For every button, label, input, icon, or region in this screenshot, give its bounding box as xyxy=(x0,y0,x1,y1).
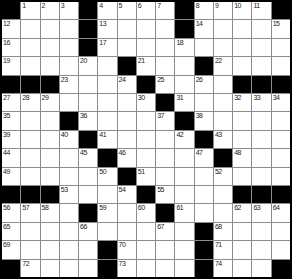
black-cell-r11c14 xyxy=(252,186,270,203)
cell-r10c2[interactable] xyxy=(21,168,39,185)
cell-r4c4[interactable] xyxy=(60,57,78,74)
cell-r6c15[interactable]: 34 xyxy=(272,94,290,111)
cell-r11c5[interactable] xyxy=(79,186,97,203)
cell-r7c6[interactable] xyxy=(98,112,116,129)
cell-r8c6[interactable]: 41 xyxy=(98,131,116,148)
cell-r12c6[interactable]: 59 xyxy=(98,204,116,221)
cell-r14c9[interactable] xyxy=(156,241,174,258)
clue-number-44: 44 xyxy=(3,149,10,157)
black-cell-r7c4 xyxy=(60,112,78,129)
cell-r3c9[interactable] xyxy=(156,39,174,56)
cell-r13c8[interactable] xyxy=(137,223,155,240)
cell-r12c10[interactable]: 61 xyxy=(175,204,193,221)
clue-number-18: 18 xyxy=(176,39,183,47)
cell-r10c11[interactable] xyxy=(195,168,213,185)
cell-r5c12[interactable] xyxy=(214,76,232,93)
cell-r2c8[interactable] xyxy=(137,20,155,37)
cell-r6c10[interactable]: 31 xyxy=(175,94,193,111)
cell-r4c6[interactable] xyxy=(98,57,116,74)
crossword-grid: 1234567891011121314151617181920212223242… xyxy=(0,0,292,279)
cell-r2c9[interactable] xyxy=(156,20,174,37)
cell-r9c10[interactable] xyxy=(175,149,193,166)
clue-number-14: 14 xyxy=(196,20,203,28)
clue-number-37: 37 xyxy=(157,112,164,120)
cell-r15c3[interactable] xyxy=(41,260,59,277)
cell-r10c1[interactable]: 49 xyxy=(2,168,20,185)
cell-r13c13[interactable] xyxy=(233,223,251,240)
cell-r11c6[interactable] xyxy=(98,186,116,203)
cell-r6c11[interactable] xyxy=(195,94,213,111)
clue-number-23: 23 xyxy=(61,76,68,84)
black-cell-r11c13 xyxy=(233,186,251,203)
black-cell-r2c10 xyxy=(175,20,193,37)
cell-r8c2[interactable] xyxy=(21,131,39,148)
cell-r13c10[interactable] xyxy=(175,223,193,240)
cell-r4c2[interactable] xyxy=(21,57,39,74)
clue-number-57: 57 xyxy=(22,204,29,212)
cell-r5c7[interactable]: 24 xyxy=(118,76,136,93)
cell-r2c12[interactable] xyxy=(214,20,232,37)
black-cell-r11c2 xyxy=(21,186,39,203)
cell-r10c10[interactable] xyxy=(175,168,193,185)
clue-number-45: 45 xyxy=(80,149,87,157)
cell-r12c1[interactable]: 56 xyxy=(2,204,20,221)
clue-number-72: 72 xyxy=(22,260,29,268)
cell-r12c7[interactable] xyxy=(118,204,136,221)
clue-number-58: 58 xyxy=(42,204,49,212)
cell-r6c2[interactable]: 28 xyxy=(21,94,39,111)
black-cell-r8c11 xyxy=(195,131,213,148)
cell-r10c15[interactable] xyxy=(272,168,290,185)
cell-r4c3[interactable] xyxy=(41,57,59,74)
cell-r9c11[interactable]: 47 xyxy=(195,149,213,166)
cell-r14c12[interactable]: 71 xyxy=(214,241,232,258)
cell-r6c6[interactable] xyxy=(98,94,116,111)
clue-number-66: 66 xyxy=(80,223,87,231)
black-cell-r5c3 xyxy=(41,76,59,93)
cell-r15c2[interactable]: 72 xyxy=(21,260,39,277)
cell-r9c7[interactable]: 46 xyxy=(118,149,136,166)
cell-r12c14[interactable]: 63 xyxy=(252,204,270,221)
cell-r4c8[interactable]: 21 xyxy=(137,57,155,74)
clue-number-55: 55 xyxy=(157,186,164,194)
black-cell-r4c7 xyxy=(118,57,136,74)
black-cell-r2c5 xyxy=(79,20,97,37)
black-cell-r9c12 xyxy=(214,149,232,166)
black-cell-r5c14 xyxy=(252,76,270,93)
black-cell-r5c15 xyxy=(272,76,290,93)
cell-r14c13[interactable] xyxy=(233,241,251,258)
clue-number-36: 36 xyxy=(80,112,87,120)
cell-r15c8[interactable] xyxy=(137,260,155,277)
cell-r1c9[interactable]: 7 xyxy=(156,2,174,19)
cell-r9c2[interactable] xyxy=(21,149,39,166)
clue-number-54: 54 xyxy=(119,186,126,194)
cell-r13c2[interactable] xyxy=(21,223,39,240)
clue-number-62: 62 xyxy=(234,204,241,212)
cell-r1c12[interactable]: 9 xyxy=(214,2,232,19)
cell-r9c15[interactable] xyxy=(272,149,290,166)
cell-r14c2[interactable] xyxy=(21,241,39,258)
clue-number-43: 43 xyxy=(215,131,222,139)
cell-r8c4[interactable]: 40 xyxy=(60,131,78,148)
black-cell-r4c11 xyxy=(195,57,213,74)
cell-r8c14[interactable] xyxy=(252,131,270,148)
clue-number-34: 34 xyxy=(273,94,280,102)
cell-r7c9[interactable]: 37 xyxy=(156,112,174,129)
cell-r8c9[interactable] xyxy=(156,131,174,148)
clue-number-33: 33 xyxy=(253,94,260,102)
cell-r4c10[interactable] xyxy=(175,57,193,74)
cell-r12c15[interactable]: 64 xyxy=(272,204,290,221)
cell-r2c7[interactable] xyxy=(118,20,136,37)
cell-r6c7[interactable] xyxy=(118,94,136,111)
cell-r14c14[interactable] xyxy=(252,241,270,258)
clue-number-29: 29 xyxy=(42,94,49,102)
cell-r2c3[interactable] xyxy=(41,20,59,37)
black-cell-r1c10 xyxy=(175,2,193,19)
clue-number-61: 61 xyxy=(176,204,183,212)
clue-number-25: 25 xyxy=(157,76,164,84)
cell-r9c14[interactable] xyxy=(252,149,270,166)
cell-r2c13[interactable] xyxy=(233,20,251,37)
black-cell-r3c5 xyxy=(79,39,97,56)
cell-r7c7[interactable] xyxy=(118,112,136,129)
cell-r14c3[interactable] xyxy=(41,241,59,258)
cell-r7c15[interactable] xyxy=(272,112,290,129)
cell-r6c1[interactable]: 27 xyxy=(2,94,20,111)
cell-r15c9[interactable] xyxy=(156,260,174,277)
cell-r2c14[interactable] xyxy=(252,20,270,37)
clue-number-20: 20 xyxy=(80,57,87,65)
cell-r3c15[interactable] xyxy=(272,39,290,56)
cell-r5c9[interactable]: 25 xyxy=(156,76,174,93)
cell-r9c3[interactable] xyxy=(41,149,59,166)
cell-r5c11[interactable]: 26 xyxy=(195,76,213,93)
clue-number-21: 21 xyxy=(138,57,145,65)
cell-r8c3[interactable] xyxy=(41,131,59,148)
cell-r2c15[interactable]: 15 xyxy=(272,20,290,37)
cell-r7c3[interactable] xyxy=(41,112,59,129)
cell-r12c12[interactable] xyxy=(214,204,232,221)
cell-r11c11[interactable] xyxy=(195,186,213,203)
cell-r7c12[interactable] xyxy=(214,112,232,129)
cell-r13c14[interactable] xyxy=(252,223,270,240)
clue-number-8: 8 xyxy=(196,2,199,10)
cell-r3c8[interactable] xyxy=(137,39,155,56)
cell-r15c4[interactable] xyxy=(60,260,78,277)
cell-r14c8[interactable] xyxy=(137,241,155,258)
cell-r3c3[interactable] xyxy=(41,39,59,56)
cell-r4c9[interactable] xyxy=(156,57,174,74)
cell-r6c5[interactable] xyxy=(79,94,97,111)
cell-r2c1[interactable]: 12 xyxy=(2,20,20,37)
clue-number-50: 50 xyxy=(99,168,106,176)
cell-r9c9[interactable] xyxy=(156,149,174,166)
cell-r1c11[interactable]: 8 xyxy=(195,2,213,19)
cell-r3c12[interactable] xyxy=(214,39,232,56)
black-cell-r13c11 xyxy=(195,223,213,240)
clue-number-64: 64 xyxy=(273,204,280,212)
black-cell-r5c2 xyxy=(21,76,39,93)
cell-r9c8[interactable] xyxy=(137,149,155,166)
clue-number-40: 40 xyxy=(61,131,68,139)
cell-r10c9[interactable] xyxy=(156,168,174,185)
cell-r9c5[interactable]: 45 xyxy=(79,149,97,166)
clue-number-16: 16 xyxy=(3,39,10,47)
black-cell-r15c15 xyxy=(272,260,290,277)
cell-r14c10[interactable] xyxy=(175,241,193,258)
clue-number-3: 3 xyxy=(61,2,64,10)
black-cell-r14c11 xyxy=(195,241,213,258)
cell-r13c4[interactable] xyxy=(60,223,78,240)
cell-r15c13[interactable] xyxy=(233,260,251,277)
cell-r11c7[interactable]: 54 xyxy=(118,186,136,203)
clue-number-74: 74 xyxy=(215,260,222,268)
cell-r10c12[interactable]: 52 xyxy=(214,168,232,185)
cell-r15c14[interactable] xyxy=(252,260,270,277)
cell-r11c4[interactable]: 53 xyxy=(60,186,78,203)
cell-r6c3[interactable]: 29 xyxy=(41,94,59,111)
clue-number-47: 47 xyxy=(196,149,203,157)
cell-r7c1[interactable]: 35 xyxy=(2,112,20,129)
cell-r6c8[interactable]: 30 xyxy=(137,94,155,111)
clue-number-63: 63 xyxy=(253,204,260,212)
black-cell-r11c15 xyxy=(272,186,290,203)
black-cell-r15c1 xyxy=(2,260,20,277)
cell-r11c10[interactable] xyxy=(175,186,193,203)
cell-r8c13[interactable] xyxy=(233,131,251,148)
cell-r6c12[interactable] xyxy=(214,94,232,111)
cell-r1c6[interactable]: 4 xyxy=(98,2,116,19)
cell-r11c9[interactable]: 55 xyxy=(156,186,174,203)
cell-r1c7[interactable]: 5 xyxy=(118,2,136,19)
cell-r7c14[interactable] xyxy=(252,112,270,129)
cell-r12c2[interactable]: 57 xyxy=(21,204,39,221)
clue-number-32: 32 xyxy=(234,94,241,102)
cell-r6c14[interactable]: 33 xyxy=(252,94,270,111)
cell-r13c6[interactable] xyxy=(98,223,116,240)
black-cell-r5c13 xyxy=(233,76,251,93)
cell-r10c3[interactable] xyxy=(41,168,59,185)
cell-r8c8[interactable] xyxy=(137,131,155,148)
clue-number-67: 67 xyxy=(157,223,164,231)
clue-number-41: 41 xyxy=(99,131,106,139)
clue-number-17: 17 xyxy=(99,39,106,47)
clue-number-28: 28 xyxy=(22,94,29,102)
cell-r13c15[interactable] xyxy=(272,223,290,240)
clue-number-38: 38 xyxy=(196,112,203,120)
cell-r15c7[interactable]: 73 xyxy=(118,260,136,277)
clue-number-7: 7 xyxy=(157,2,160,10)
cell-r4c1[interactable]: 19 xyxy=(2,57,20,74)
cell-r8c7[interactable] xyxy=(118,131,136,148)
cell-r1c3[interactable]: 2 xyxy=(41,2,59,19)
clue-number-31: 31 xyxy=(176,94,183,102)
cell-r15c10[interactable] xyxy=(175,260,193,277)
cell-r1c2[interactable]: 1 xyxy=(21,2,39,19)
clue-number-19: 19 xyxy=(3,57,10,65)
black-cell-r15c11 xyxy=(195,260,213,277)
cell-r14c4[interactable] xyxy=(60,241,78,258)
cell-r13c7[interactable] xyxy=(118,223,136,240)
clue-number-68: 68 xyxy=(215,223,222,231)
cell-r14c5[interactable] xyxy=(79,241,97,258)
cell-r2c6[interactable]: 13 xyxy=(98,20,116,37)
clue-number-48: 48 xyxy=(234,149,241,157)
clue-number-10: 10 xyxy=(234,2,241,10)
black-cell-r14c6 xyxy=(98,241,116,258)
clue-number-35: 35 xyxy=(3,112,10,120)
cell-r8c1[interactable]: 39 xyxy=(2,131,20,148)
cell-r14c1[interactable]: 69 xyxy=(2,241,20,258)
cell-r1c14[interactable]: 11 xyxy=(252,2,270,19)
cell-r3c13[interactable] xyxy=(233,39,251,56)
cell-r13c3[interactable] xyxy=(41,223,59,240)
black-cell-r1c1 xyxy=(2,2,20,19)
cell-r7c8[interactable] xyxy=(137,112,155,129)
black-cell-r1c15 xyxy=(272,2,290,19)
cell-r4c14[interactable] xyxy=(252,57,270,74)
cell-r7c13[interactable] xyxy=(233,112,251,129)
clue-number-53: 53 xyxy=(61,186,68,194)
cell-r12c3[interactable]: 58 xyxy=(41,204,59,221)
cell-r14c7[interactable]: 70 xyxy=(118,241,136,258)
black-cell-r6c9 xyxy=(156,94,174,111)
clue-number-22: 22 xyxy=(215,57,222,65)
cell-r8c10[interactable]: 42 xyxy=(175,131,193,148)
cell-r10c8[interactable]: 51 xyxy=(137,168,155,185)
cell-r12c8[interactable]: 60 xyxy=(137,204,155,221)
black-cell-r11c1 xyxy=(2,186,20,203)
cell-r3c7[interactable] xyxy=(118,39,136,56)
clue-number-51: 51 xyxy=(138,168,145,176)
black-cell-r10c7 xyxy=(118,168,136,185)
black-cell-r9c6 xyxy=(98,149,116,166)
clue-number-46: 46 xyxy=(119,149,126,157)
black-cell-r5c1 xyxy=(2,76,20,93)
black-cell-r11c8 xyxy=(137,186,155,203)
black-cell-r11c3 xyxy=(41,186,59,203)
clue-number-52: 52 xyxy=(215,168,222,176)
clue-number-4: 4 xyxy=(99,2,102,10)
clue-number-13: 13 xyxy=(99,20,106,28)
cell-r9c13[interactable]: 48 xyxy=(233,149,251,166)
cell-r8c15[interactable] xyxy=(272,131,290,148)
cell-r3c11[interactable] xyxy=(195,39,213,56)
cell-r15c12[interactable]: 74 xyxy=(214,260,232,277)
cell-r10c5[interactable] xyxy=(79,168,97,185)
black-cell-r7c10 xyxy=(175,112,193,129)
clue-number-5: 5 xyxy=(119,2,122,10)
cell-r11c12[interactable] xyxy=(214,186,232,203)
cell-r6c13[interactable]: 32 xyxy=(233,94,251,111)
black-cell-r1c5 xyxy=(79,2,97,19)
cell-r4c13[interactable] xyxy=(233,57,251,74)
cell-r12c11[interactable] xyxy=(195,204,213,221)
clue-number-12: 12 xyxy=(3,20,10,28)
cell-r3c14[interactable] xyxy=(252,39,270,56)
cell-r14c15[interactable] xyxy=(272,241,290,258)
cell-r4c5[interactable]: 20 xyxy=(79,57,97,74)
cell-r10c13[interactable] xyxy=(233,168,251,185)
clue-number-30: 30 xyxy=(138,94,145,102)
cell-r12c4[interactable] xyxy=(60,204,78,221)
clue-number-26: 26 xyxy=(196,76,203,84)
clue-number-15: 15 xyxy=(273,20,280,28)
clue-number-24: 24 xyxy=(119,76,126,84)
cell-r7c5[interactable]: 36 xyxy=(79,112,97,129)
clue-number-9: 9 xyxy=(215,2,218,10)
cell-r2c11[interactable]: 14 xyxy=(195,20,213,37)
cell-r2c2[interactable] xyxy=(21,20,39,37)
clue-number-49: 49 xyxy=(3,168,10,176)
black-cell-r12c5 xyxy=(79,204,97,221)
cell-r6c4[interactable] xyxy=(60,94,78,111)
clue-number-6: 6 xyxy=(138,2,141,10)
clue-number-1: 1 xyxy=(22,2,25,10)
cell-r7c2[interactable] xyxy=(21,112,39,129)
cell-r8c12[interactable]: 43 xyxy=(214,131,232,148)
cell-r10c6[interactable]: 50 xyxy=(98,168,116,185)
cell-r1c4[interactable]: 3 xyxy=(60,2,78,19)
clue-number-39: 39 xyxy=(3,131,10,139)
clue-number-27: 27 xyxy=(3,94,10,102)
clue-number-2: 2 xyxy=(42,2,45,10)
cell-r13c12[interactable]: 68 xyxy=(214,223,232,240)
clue-number-42: 42 xyxy=(176,131,183,139)
cell-r3c2[interactable] xyxy=(21,39,39,56)
cell-r5c4[interactable]: 23 xyxy=(60,76,78,93)
clue-number-11: 11 xyxy=(253,2,259,10)
cell-r4c12[interactable]: 22 xyxy=(214,57,232,74)
clue-number-56: 56 xyxy=(3,204,10,212)
clue-number-70: 70 xyxy=(119,241,126,249)
black-cell-r12c9 xyxy=(156,204,174,221)
cell-r13c9[interactable]: 67 xyxy=(156,223,174,240)
cell-r5c10[interactable] xyxy=(175,76,193,93)
cell-r2c4[interactable] xyxy=(60,20,78,37)
cell-r10c14[interactable] xyxy=(252,168,270,185)
cell-r13c5[interactable]: 66 xyxy=(79,223,97,240)
cell-r12c13[interactable]: 62 xyxy=(233,204,251,221)
clue-number-65: 65 xyxy=(3,223,10,231)
clue-number-71: 71 xyxy=(215,241,222,249)
cell-r3c6[interactable]: 17 xyxy=(98,39,116,56)
clue-number-69: 69 xyxy=(3,241,10,249)
cell-r7c11[interactable]: 38 xyxy=(195,112,213,129)
black-cell-r8c5 xyxy=(79,131,97,148)
cell-r3c4[interactable] xyxy=(60,39,78,56)
cell-r3c1[interactable]: 16 xyxy=(2,39,20,56)
clue-number-59: 59 xyxy=(99,204,106,212)
black-cell-r15c6 xyxy=(98,260,116,277)
cell-r4c15[interactable] xyxy=(272,57,290,74)
cell-r10c4[interactable] xyxy=(60,168,78,185)
cell-r1c13[interactable]: 10 xyxy=(233,2,251,19)
cell-r5c5[interactable] xyxy=(79,76,97,93)
cell-r3c10[interactable]: 18 xyxy=(175,39,193,56)
cell-r13c1[interactable]: 65 xyxy=(2,223,20,240)
cell-r1c8[interactable]: 6 xyxy=(137,2,155,19)
black-cell-r5c8 xyxy=(137,76,155,93)
cell-r9c1[interactable]: 44 xyxy=(2,149,20,166)
cell-r5c6[interactable] xyxy=(98,76,116,93)
clue-number-73: 73 xyxy=(119,260,126,268)
cell-r15c5[interactable] xyxy=(79,260,97,277)
cell-r9c4[interactable] xyxy=(60,149,78,166)
clue-number-60: 60 xyxy=(138,204,145,212)
